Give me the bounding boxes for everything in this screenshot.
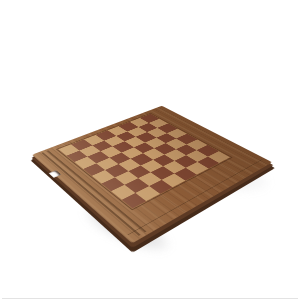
chess-board: ♜♞♝♛♚♝♞♜♟♟♟♟♟♟♟♟♟♟♟♟♟♟♟♟♜♞♝♛♚♝♞♜	[32, 106, 272, 244]
black-pawn-glyph: ♟	[68, 136, 86, 156]
white-rook-glyph: ♜	[121, 172, 146, 200]
photo-bottom-edge	[2, 298, 298, 299]
chess-set-photo: ♜♞♝♛♚♝♞♜♟♟♟♟♟♟♟♟♟♟♟♟♟♟♟♟♜♞♝♛♚♝♞♜	[0, 0, 300, 300]
handle-notch	[49, 170, 62, 178]
